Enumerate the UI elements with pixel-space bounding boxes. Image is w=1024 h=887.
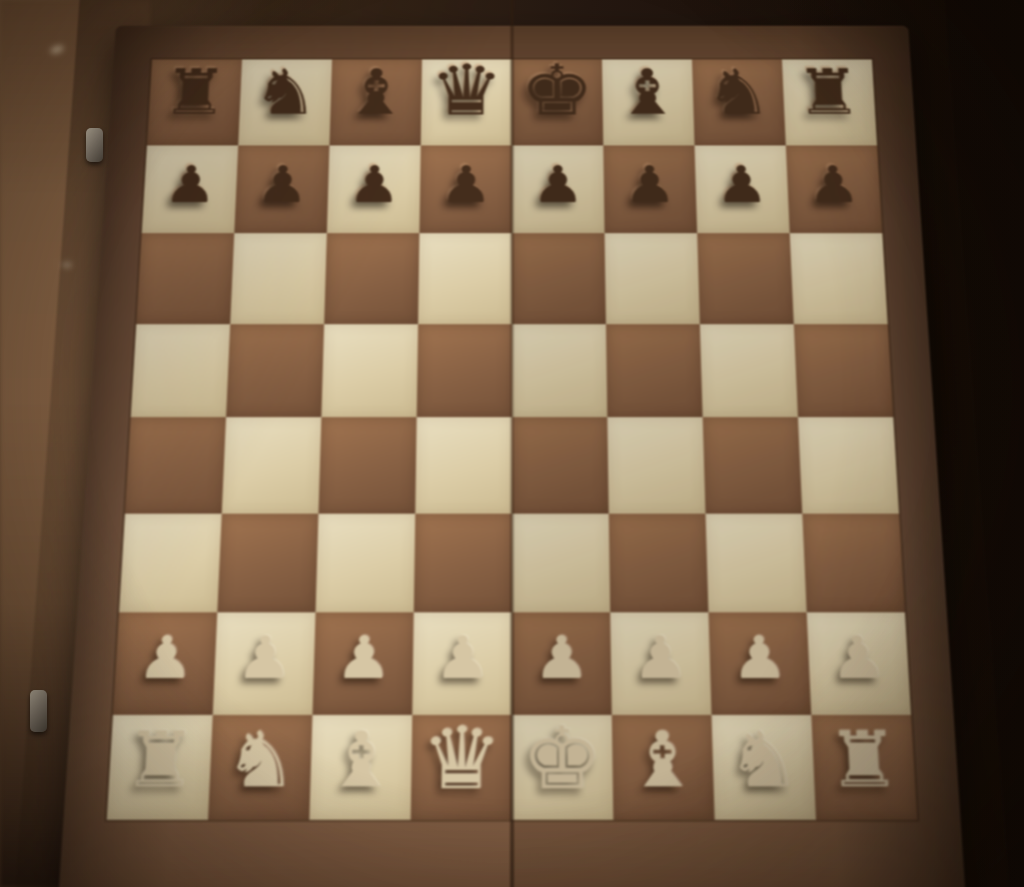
square-a7[interactable]: ♟: [142, 145, 239, 233]
board-grid: ♜♞♝♛♚♝♞♜♟♟♟♟♟♟♟♟♟♟♟♟♟♟♟♟♜♞♝♛♚♝♞♜: [107, 59, 918, 819]
square-b2[interactable]: ♟: [213, 612, 316, 714]
square-b8[interactable]: ♞: [238, 59, 332, 145]
square-b1[interactable]: ♞: [208, 714, 312, 819]
piece-black-pawn[interactable]: ♟: [439, 160, 492, 211]
piece-black-pawn[interactable]: ♟: [623, 160, 677, 211]
photo-scene: ♜♞♝♛♚♝♞♜♟♟♟♟♟♟♟♟♟♟♟♟♟♟♟♟♜♞♝♛♚♝♞♜: [0, 0, 1024, 887]
square-d6[interactable]: [418, 233, 512, 324]
square-a4[interactable]: [125, 417, 226, 513]
piece-black-knight[interactable]: ♞: [251, 61, 319, 124]
square-f1[interactable]: ♝: [612, 714, 715, 819]
square-e7[interactable]: ♟: [512, 145, 605, 233]
square-d2[interactable]: ♟: [412, 612, 512, 714]
square-b6[interactable]: [230, 233, 327, 324]
square-g6[interactable]: [697, 233, 794, 324]
piece-white-knight[interactable]: ♞: [223, 721, 299, 798]
piece-white-king[interactable]: ♚: [521, 715, 604, 801]
piece-black-rook[interactable]: ♜: [160, 61, 229, 124]
square-g4[interactable]: [703, 417, 803, 513]
square-b4[interactable]: [222, 417, 322, 513]
piece-white-pawn[interactable]: ♟: [334, 630, 392, 689]
square-g8[interactable]: ♞: [692, 59, 786, 145]
square-d5[interactable]: [417, 324, 512, 417]
square-c7[interactable]: ♟: [327, 145, 421, 233]
square-g2[interactable]: ♟: [708, 612, 811, 714]
square-a8[interactable]: ♜: [147, 59, 242, 145]
square-e4[interactable]: [512, 417, 609, 513]
square-e3[interactable]: [512, 513, 610, 612]
square-e2[interactable]: ♟: [512, 612, 612, 714]
square-c5[interactable]: [321, 324, 418, 417]
piece-white-pawn[interactable]: ♟: [136, 630, 196, 689]
piece-white-pawn[interactable]: ♟: [434, 630, 491, 689]
square-g5[interactable]: [700, 324, 798, 417]
square-d1[interactable]: ♛: [411, 714, 512, 819]
piece-white-rook[interactable]: ♜: [122, 721, 199, 798]
square-e5[interactable]: [512, 324, 607, 417]
hinge-latch-bottom: [30, 690, 47, 732]
hinge-latch-top: [86, 128, 103, 162]
piece-white-pawn[interactable]: ♟: [828, 630, 888, 689]
square-g7[interactable]: ♟: [695, 145, 790, 233]
piece-white-knight[interactable]: ♞: [725, 721, 801, 798]
square-c1[interactable]: ♝: [309, 714, 412, 819]
piece-white-pawn[interactable]: ♟: [533, 630, 590, 689]
square-g1[interactable]: ♞: [712, 714, 816, 819]
square-a3[interactable]: [119, 513, 222, 612]
square-e1[interactable]: ♚: [512, 714, 613, 819]
square-d4[interactable]: [415, 417, 512, 513]
piece-black-pawn[interactable]: ♟: [163, 160, 218, 211]
square-a1[interactable]: ♜: [107, 714, 213, 819]
square-f7[interactable]: ♟: [603, 145, 697, 233]
square-f3[interactable]: [609, 513, 709, 612]
square-d3[interactable]: [414, 513, 512, 612]
square-h3[interactable]: [802, 513, 905, 612]
piece-black-pawn[interactable]: ♟: [714, 160, 769, 211]
square-h2[interactable]: ♟: [807, 612, 911, 714]
square-c3[interactable]: [316, 513, 416, 612]
square-a2[interactable]: ♟: [113, 612, 217, 714]
chess-board: ♜♞♝♛♚♝♞♜♟♟♟♟♟♟♟♟♟♟♟♟♟♟♟♟♜♞♝♛♚♝♞♜: [56, 26, 968, 887]
piece-black-pawn[interactable]: ♟: [347, 160, 401, 211]
square-c6[interactable]: [324, 233, 419, 324]
square-f5[interactable]: [606, 324, 703, 417]
square-h4[interactable]: [798, 417, 899, 513]
square-b7[interactable]: ♟: [234, 145, 329, 233]
square-f2[interactable]: ♟: [610, 612, 711, 714]
piece-white-bishop[interactable]: ♝: [625, 721, 700, 798]
square-h1[interactable]: ♜: [811, 714, 917, 819]
piece-black-bishop[interactable]: ♝: [342, 61, 410, 124]
piece-white-queen[interactable]: ♛: [420, 715, 503, 801]
square-c4[interactable]: [318, 417, 416, 513]
piece-black-pawn[interactable]: ♟: [255, 160, 310, 211]
square-b5[interactable]: [226, 324, 324, 417]
square-g3[interactable]: [706, 513, 807, 612]
piece-black-queen[interactable]: ♛: [429, 56, 504, 126]
piece-black-king[interactable]: ♚: [520, 56, 595, 126]
piece-white-pawn[interactable]: ♟: [730, 630, 789, 689]
square-d7[interactable]: ♟: [419, 145, 512, 233]
piece-white-bishop[interactable]: ♝: [324, 721, 399, 798]
piece-black-rook[interactable]: ♜: [794, 61, 863, 124]
square-h7[interactable]: ♟: [786, 145, 883, 233]
piece-white-pawn[interactable]: ♟: [235, 630, 294, 689]
square-h5[interactable]: [794, 324, 893, 417]
piece-black-pawn[interactable]: ♟: [806, 160, 861, 211]
square-f6[interactable]: [605, 233, 700, 324]
board-frame: ♜♞♝♛♚♝♞♜♟♟♟♟♟♟♟♟♟♟♟♟♟♟♟♟♜♞♝♛♚♝♞♜: [56, 26, 968, 887]
square-h8[interactable]: ♜: [782, 59, 877, 145]
square-c8[interactable]: ♝: [329, 59, 422, 145]
piece-black-bishop[interactable]: ♝: [614, 61, 682, 124]
square-c2[interactable]: ♟: [312, 612, 413, 714]
square-b3[interactable]: [217, 513, 318, 612]
piece-black-knight[interactable]: ♞: [704, 61, 772, 124]
piece-white-rook[interactable]: ♜: [825, 721, 902, 798]
square-f4[interactable]: [607, 417, 705, 513]
square-d8[interactable]: ♛: [421, 59, 512, 145]
square-e8[interactable]: ♚: [512, 59, 603, 145]
square-a6[interactable]: [136, 233, 234, 324]
square-f8[interactable]: ♝: [602, 59, 695, 145]
square-e6[interactable]: [512, 233, 606, 324]
piece-white-pawn[interactable]: ♟: [631, 630, 689, 689]
square-a5[interactable]: [131, 324, 230, 417]
piece-black-pawn[interactable]: ♟: [531, 160, 584, 211]
square-h6[interactable]: [790, 233, 888, 324]
